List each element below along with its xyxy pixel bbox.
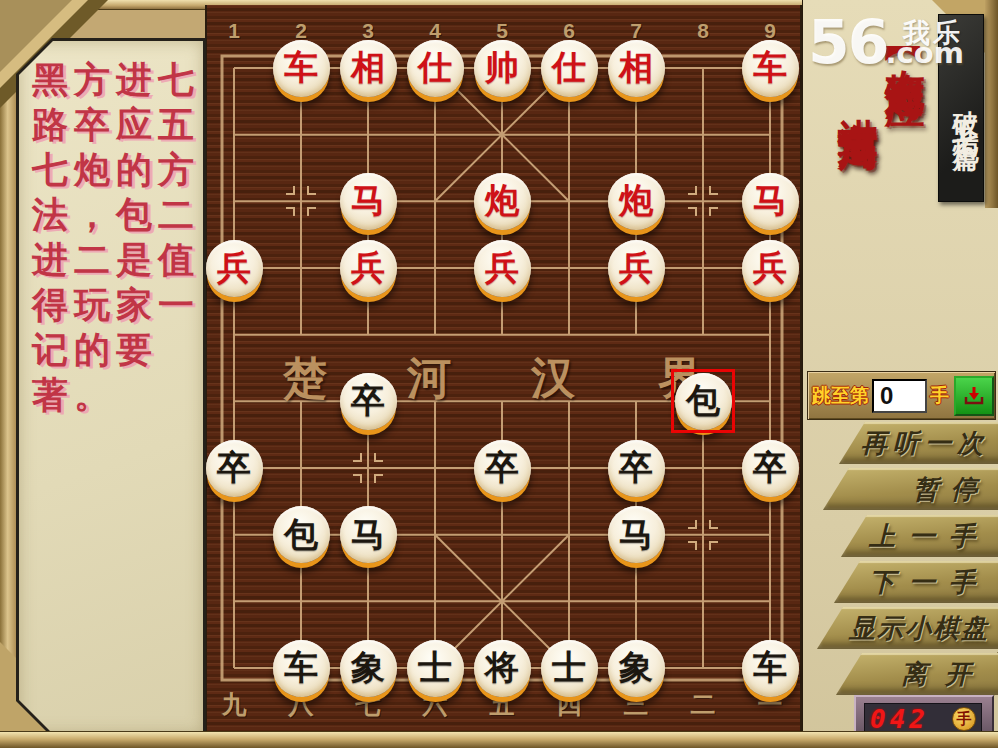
piece-glyph: 马: [753, 184, 787, 218]
move-unit-coin: 手: [952, 707, 976, 731]
piece-卒-black[interactable]: 卒: [608, 440, 665, 497]
pause-button[interactable]: 暂停: [823, 468, 998, 510]
piece-士-black[interactable]: 士: [407, 640, 464, 697]
point-marker: [709, 541, 718, 550]
piece-相-red[interactable]: 相: [340, 40, 397, 97]
river-character: 河: [406, 349, 452, 408]
piece-卒-black[interactable]: 卒: [742, 440, 799, 497]
piece-glyph: 卒: [619, 451, 653, 485]
xiangqi-board[interactable]: 123456789九八七六五四三二一楚河汉界车相仕帅仕相车马炮炮马兵兵兵兵兵卒包…: [205, 5, 802, 733]
piece-兵-red[interactable]: 兵: [742, 240, 799, 297]
commentary-line: 进二是值: [32, 238, 202, 283]
piece-glyph: 车: [284, 651, 318, 685]
piece-glyph: 将: [485, 651, 519, 685]
button-label: 再听一次: [861, 426, 989, 461]
file-number-top: 1: [224, 19, 244, 43]
piece-兵-red[interactable]: 兵: [206, 240, 263, 297]
last-move-highlight-box: [671, 369, 735, 433]
piece-glyph: 卒: [351, 384, 385, 418]
frame-bottom: [0, 731, 998, 748]
point-marker: [307, 207, 316, 216]
annotation-panel-paper: 黑方进七路卒应五七炮的方法，包二进二是值得玩家一记的要著。: [19, 41, 203, 734]
previous-move-button[interactable]: 上一手: [841, 515, 998, 557]
piece-帅-red[interactable]: 帅: [474, 40, 531, 97]
point-marker: [688, 520, 697, 529]
piece-相-red[interactable]: 相: [608, 40, 665, 97]
point-marker: [688, 541, 697, 550]
piece-glyph: 马: [351, 518, 385, 552]
piece-glyph: 兵: [217, 251, 251, 285]
commentary-line: 著。: [32, 373, 202, 418]
piece-glyph: 象: [619, 651, 653, 685]
point-marker: [286, 207, 295, 216]
exit-button[interactable]: 离开: [836, 653, 998, 695]
watermark-56: 56: [808, 12, 888, 72]
piece-车-red[interactable]: 车: [742, 40, 799, 97]
piece-glyph: 士: [552, 651, 586, 685]
point-marker: [709, 520, 718, 529]
control-panel: 破五七炮篇 【右炮巡河应 进车过河局】 跳至第 手 再听一次暂停上一手下一手显示…: [802, 0, 998, 748]
arrow-down-into-tray-icon: [962, 384, 986, 408]
commentary-line: 七炮的方: [32, 148, 202, 193]
commentary-line: 得玩家一: [32, 283, 202, 328]
piece-glyph: 马: [351, 184, 385, 218]
jump-label-prefix: 跳至第: [812, 383, 869, 409]
frame-left: [0, 0, 17, 748]
piece-仕-red[interactable]: 仕: [407, 40, 464, 97]
piece-glyph: 仕: [418, 51, 452, 85]
frame-right: [985, 0, 998, 208]
piece-马-red[interactable]: 马: [742, 173, 799, 230]
point-marker: [709, 207, 718, 216]
piece-马-black[interactable]: 马: [340, 506, 397, 563]
jump-go-button[interactable]: [954, 376, 994, 416]
piece-glyph: 包: [284, 518, 318, 552]
point-marker: [353, 453, 362, 462]
piece-glyph: 车: [284, 51, 318, 85]
piece-glyph: 炮: [619, 184, 653, 218]
piece-卒-black[interactable]: 卒: [340, 373, 397, 430]
commentary-line: 黑方进七: [32, 58, 202, 103]
piece-glyph: 仕: [552, 51, 586, 85]
piece-glyph: 马: [619, 518, 653, 552]
button-label: 暂停: [913, 472, 989, 507]
piece-glyph: 相: [351, 51, 385, 85]
piece-卒-black[interactable]: 卒: [474, 440, 531, 497]
commentary-line: 路卒应五: [32, 103, 202, 148]
point-marker: [709, 186, 718, 195]
piece-glyph: 卒: [753, 451, 787, 485]
piece-士-black[interactable]: 士: [541, 640, 598, 697]
piece-glyph: 相: [619, 51, 653, 85]
commentary-line: 记的要: [32, 328, 202, 373]
site-name-label: 我乐: [903, 15, 963, 51]
piece-车-black[interactable]: 车: [273, 640, 330, 697]
piece-将-black[interactable]: 将: [474, 640, 531, 697]
piece-车-black[interactable]: 车: [742, 640, 799, 697]
piece-包-black[interactable]: 包: [273, 506, 330, 563]
piece-炮-red[interactable]: 炮: [608, 173, 665, 230]
move-commentary-text: 黑方进七路卒应五七炮的方法，包二进二是值得玩家一记的要著。: [32, 58, 202, 418]
lesson-title-column-left: 进车过河局】: [830, 86, 885, 110]
show-mini-board-button[interactable]: 显示小棋盘: [817, 607, 998, 649]
point-marker: [374, 453, 383, 462]
piece-马-red[interactable]: 马: [340, 173, 397, 230]
point-marker: [307, 186, 316, 195]
annotation-panel: 黑方进七路卒应五七炮的方法，包二进二是值得玩家一记的要著。: [16, 38, 206, 737]
piece-glyph: 兵: [619, 251, 653, 285]
piece-glyph: 卒: [217, 451, 251, 485]
piece-象-black[interactable]: 象: [340, 640, 397, 697]
river-character: 楚: [282, 349, 328, 408]
move-counter-value: 042: [870, 704, 929, 734]
point-marker: [688, 186, 697, 195]
file-number-top: 8: [693, 19, 713, 43]
jump-to-move-control: 跳至第 手: [807, 371, 996, 420]
commentary-line: 法，包二: [32, 193, 202, 238]
point-marker: [353, 474, 362, 483]
next-move-button[interactable]: 下一手: [834, 561, 998, 603]
piece-象-black[interactable]: 象: [608, 640, 665, 697]
piece-glyph: 兵: [753, 251, 787, 285]
file-number-bottom: 九: [220, 688, 248, 721]
piece-glyph: 卒: [485, 451, 519, 485]
piece-glyph: 象: [351, 651, 385, 685]
piece-仕-red[interactable]: 仕: [541, 40, 598, 97]
file-number-bottom: 二: [689, 688, 717, 721]
piece-卒-black[interactable]: 卒: [206, 440, 263, 497]
piece-兵-red[interactable]: 兵: [474, 240, 531, 297]
replay-button[interactable]: 再听一次: [839, 422, 998, 464]
button-label: 显示小棋盘: [849, 611, 989, 646]
jump-label-suffix: 手: [930, 383, 949, 409]
point-marker: [286, 186, 295, 195]
piece-炮-red[interactable]: 炮: [474, 173, 531, 230]
piece-车-red[interactable]: 车: [273, 40, 330, 97]
piece-兵-red[interactable]: 兵: [608, 240, 665, 297]
piece-glyph: 车: [753, 651, 787, 685]
piece-glyph: 车: [753, 51, 787, 85]
point-marker: [374, 474, 383, 483]
piece-glyph: 炮: [485, 184, 519, 218]
river-character: 汉: [530, 349, 576, 408]
button-label: 离开: [901, 657, 989, 692]
piece-马-black[interactable]: 马: [608, 506, 665, 563]
piece-glyph: 帅: [485, 51, 519, 85]
piece-glyph: 士: [418, 651, 452, 685]
piece-glyph: 兵: [351, 251, 385, 285]
piece-兵-red[interactable]: 兵: [340, 240, 397, 297]
piece-glyph: 兵: [485, 251, 519, 285]
button-label: 下一手: [869, 565, 989, 600]
point-marker: [688, 207, 697, 216]
jump-move-input[interactable]: [872, 379, 927, 413]
xiangqi-lesson-window: 黑方进七路卒应五七炮的方法，包二进二是值得玩家一记的要著。 123456789九…: [0, 0, 998, 748]
button-label: 上一手: [869, 519, 989, 554]
